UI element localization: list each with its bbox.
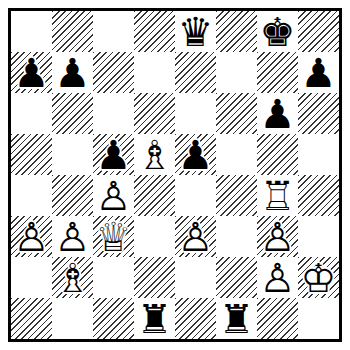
square-h2[interactable]: ♚♔ [298, 257, 339, 298]
piece-glyph: ♗ [55, 258, 91, 298]
square-e3[interactable]: ♟♙ [175, 216, 216, 257]
square-h5[interactable] [298, 134, 339, 175]
square-a4[interactable] [11, 175, 52, 216]
square-b5[interactable] [52, 134, 93, 175]
square-a3[interactable]: ♟♙ [11, 216, 52, 257]
piece-glyph: ♔ [301, 258, 337, 298]
square-b7[interactable]: ♟♟ [52, 52, 93, 93]
square-d2[interactable] [134, 257, 175, 298]
square-b6[interactable] [52, 93, 93, 134]
piece-glyph: ♙ [260, 217, 296, 257]
piece-glyph: ♟ [96, 135, 132, 175]
square-a5[interactable] [11, 134, 52, 175]
square-g1[interactable] [257, 298, 298, 339]
square-e6[interactable] [175, 93, 216, 134]
square-c2[interactable] [93, 257, 134, 298]
square-h6[interactable] [298, 93, 339, 134]
square-c3[interactable]: ♛♕ [93, 216, 134, 257]
square-e1[interactable] [175, 298, 216, 339]
square-e5[interactable]: ♟♟ [175, 134, 216, 175]
square-c8[interactable] [93, 11, 134, 52]
piece-glyph: ♕ [96, 217, 132, 257]
square-f7[interactable] [216, 52, 257, 93]
piece-glyph: ♜ [137, 299, 173, 339]
square-f1[interactable]: ♜♜ [216, 298, 257, 339]
square-c5[interactable]: ♟♟ [93, 134, 134, 175]
piece-glyph: ♟ [260, 94, 296, 134]
piece-black-rook[interactable]: ♜♜ [134, 298, 175, 339]
square-f4[interactable] [216, 175, 257, 216]
piece-white-bishop[interactable]: ♝♗ [134, 134, 175, 175]
piece-black-pawn[interactable]: ♟♟ [175, 134, 216, 175]
square-b4[interactable] [52, 175, 93, 216]
square-c6[interactable] [93, 93, 134, 134]
square-a6[interactable] [11, 93, 52, 134]
square-d4[interactable] [134, 175, 175, 216]
square-g7[interactable] [257, 52, 298, 93]
square-a7[interactable]: ♟♟ [11, 52, 52, 93]
square-d1[interactable]: ♜♜ [134, 298, 175, 339]
piece-glyph: ♜ [219, 299, 255, 339]
square-d5[interactable]: ♝♗ [134, 134, 175, 175]
square-g8[interactable]: ♚♚ [257, 11, 298, 52]
square-e7[interactable] [175, 52, 216, 93]
square-a8[interactable] [11, 11, 52, 52]
square-f8[interactable] [216, 11, 257, 52]
square-b1[interactable] [52, 298, 93, 339]
piece-white-pawn[interactable]: ♟♙ [11, 216, 52, 257]
chess-board: ♛♛♚♚♟♟♟♟♟♟♟♟♟♟♝♗♟♟♟♙♜♖♟♙♟♙♛♕♟♙♟♙♝♗♟♙♚♔♜♜… [8, 8, 342, 342]
piece-white-pawn[interactable]: ♟♙ [257, 216, 298, 257]
piece-white-bishop[interactable]: ♝♗ [52, 257, 93, 298]
square-a1[interactable] [11, 298, 52, 339]
square-h8[interactable] [298, 11, 339, 52]
square-f6[interactable] [216, 93, 257, 134]
piece-white-king[interactable]: ♚♔ [298, 257, 339, 298]
piece-glyph: ♗ [137, 135, 173, 175]
square-f2[interactable] [216, 257, 257, 298]
square-b2[interactable]: ♝♗ [52, 257, 93, 298]
piece-glyph: ♛ [178, 12, 214, 52]
square-e2[interactable] [175, 257, 216, 298]
piece-white-pawn[interactable]: ♟♙ [52, 216, 93, 257]
square-g5[interactable] [257, 134, 298, 175]
square-c4[interactable]: ♟♙ [93, 175, 134, 216]
piece-glyph: ♟ [301, 53, 337, 93]
square-h1[interactable] [298, 298, 339, 339]
square-g2[interactable]: ♟♙ [257, 257, 298, 298]
square-d7[interactable] [134, 52, 175, 93]
piece-glyph: ♚ [260, 12, 296, 52]
piece-glyph: ♟ [178, 135, 214, 175]
piece-black-pawn[interactable]: ♟♟ [298, 52, 339, 93]
chess-diagram: ♛♛♚♚♟♟♟♟♟♟♟♟♟♟♝♗♟♟♟♙♜♖♟♙♟♙♛♕♟♙♟♙♝♗♟♙♚♔♜♜… [8, 8, 342, 342]
square-g3[interactable]: ♟♙ [257, 216, 298, 257]
square-d3[interactable] [134, 216, 175, 257]
square-a2[interactable] [11, 257, 52, 298]
square-e8[interactable]: ♛♛ [175, 11, 216, 52]
piece-black-rook[interactable]: ♜♜ [216, 298, 257, 339]
piece-glyph: ♙ [260, 258, 296, 298]
square-b8[interactable] [52, 11, 93, 52]
piece-glyph: ♙ [14, 217, 50, 257]
square-e4[interactable] [175, 175, 216, 216]
piece-black-pawn[interactable]: ♟♟ [11, 52, 52, 93]
square-b3[interactable]: ♟♙ [52, 216, 93, 257]
square-h7[interactable]: ♟♟ [298, 52, 339, 93]
square-h4[interactable] [298, 175, 339, 216]
piece-glyph: ♟ [55, 53, 91, 93]
piece-black-king[interactable]: ♚♚ [257, 11, 298, 52]
square-c7[interactable] [93, 52, 134, 93]
square-g6[interactable]: ♟♟ [257, 93, 298, 134]
piece-glyph: ♟ [14, 53, 50, 93]
piece-glyph: ♙ [178, 217, 214, 257]
piece-black-pawn[interactable]: ♟♟ [257, 93, 298, 134]
piece-glyph: ♖ [260, 176, 296, 216]
piece-glyph: ♙ [55, 217, 91, 257]
piece-black-pawn[interactable]: ♟♟ [93, 134, 134, 175]
piece-white-pawn[interactable]: ♟♙ [257, 257, 298, 298]
piece-white-pawn[interactable]: ♟♙ [93, 175, 134, 216]
square-f3[interactable] [216, 216, 257, 257]
piece-white-rook[interactable]: ♜♖ [257, 175, 298, 216]
square-d6[interactable] [134, 93, 175, 134]
square-f5[interactable] [216, 134, 257, 175]
piece-white-pawn[interactable]: ♟♙ [175, 216, 216, 257]
piece-glyph: ♙ [96, 176, 132, 216]
square-c1[interactable] [93, 298, 134, 339]
piece-black-pawn[interactable]: ♟♟ [52, 52, 93, 93]
piece-white-queen[interactable]: ♛♕ [93, 216, 134, 257]
square-d8[interactable] [134, 11, 175, 52]
square-g4[interactable]: ♜♖ [257, 175, 298, 216]
piece-black-queen[interactable]: ♛♛ [175, 11, 216, 52]
square-h3[interactable] [298, 216, 339, 257]
